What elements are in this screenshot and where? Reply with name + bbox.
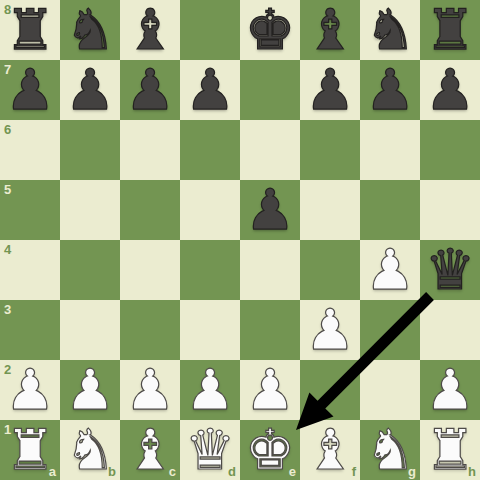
white-bishop[interactable]: ♝ [300,420,360,480]
square-g6[interactable] [360,120,420,180]
square-e1[interactable]: e♚ [240,420,300,480]
square-e3[interactable] [240,300,300,360]
square-d3[interactable] [180,300,240,360]
square-c7[interactable]: ♟ [120,60,180,120]
white-bishop[interactable]: ♝ [120,420,180,480]
square-e6[interactable] [240,120,300,180]
square-a5[interactable]: 5 [0,180,60,240]
white-pawn[interactable]: ♟ [300,300,360,360]
square-g8[interactable]: ♞ [360,0,420,60]
square-h1[interactable]: h♜ [420,420,480,480]
square-h5[interactable] [420,180,480,240]
white-knight[interactable]: ♞ [60,420,120,480]
black-pawn[interactable]: ♟ [0,60,60,120]
white-pawn[interactable]: ♟ [240,360,300,420]
square-b8[interactable]: ♞ [60,0,120,60]
square-f6[interactable] [300,120,360,180]
square-b1[interactable]: b♞ [60,420,120,480]
square-d4[interactable] [180,240,240,300]
square-h8[interactable]: ♜ [420,0,480,60]
square-f3[interactable]: ♟ [300,300,360,360]
square-a3[interactable]: 3 [0,300,60,360]
white-pawn[interactable]: ♟ [360,240,420,300]
white-pawn[interactable]: ♟ [420,360,480,420]
black-bishop[interactable]: ♝ [300,0,360,60]
square-a7[interactable]: 7♟ [0,60,60,120]
square-a2[interactable]: 2♟ [0,360,60,420]
rank-label-3: 3 [4,303,11,316]
chess-board: 8♜♞♝♚♝♞♜7♟♟♟♟♟♟♟65♟4♟♛3♟2♟♟♟♟♟♟1a♜b♞c♝d♛… [0,0,480,480]
square-d1[interactable]: d♛ [180,420,240,480]
black-pawn[interactable]: ♟ [420,60,480,120]
square-a8[interactable]: 8♜ [0,0,60,60]
square-c2[interactable]: ♟ [120,360,180,420]
white-rook[interactable]: ♜ [420,420,480,480]
square-h3[interactable] [420,300,480,360]
square-b2[interactable]: ♟ [60,360,120,420]
square-g4[interactable]: ♟ [360,240,420,300]
black-pawn[interactable]: ♟ [240,180,300,240]
square-c8[interactable]: ♝ [120,0,180,60]
square-a6[interactable]: 6 [0,120,60,180]
square-c5[interactable] [120,180,180,240]
square-g2[interactable] [360,360,420,420]
white-rook[interactable]: ♜ [0,420,60,480]
square-a1[interactable]: 1a♜ [0,420,60,480]
square-b6[interactable] [60,120,120,180]
black-pawn[interactable]: ♟ [120,60,180,120]
white-pawn[interactable]: ♟ [180,360,240,420]
square-f2[interactable] [300,360,360,420]
square-e4[interactable] [240,240,300,300]
black-rook[interactable]: ♜ [0,0,60,60]
square-f4[interactable] [300,240,360,300]
rank-label-4: 4 [4,243,11,256]
black-king[interactable]: ♚ [240,0,300,60]
black-pawn[interactable]: ♟ [180,60,240,120]
square-d8[interactable] [180,0,240,60]
square-g5[interactable] [360,180,420,240]
square-d5[interactable] [180,180,240,240]
square-c3[interactable] [120,300,180,360]
black-pawn[interactable]: ♟ [360,60,420,120]
white-pawn[interactable]: ♟ [0,360,60,420]
square-h6[interactable] [420,120,480,180]
black-rook[interactable]: ♜ [420,0,480,60]
square-e8[interactable]: ♚ [240,0,300,60]
white-knight[interactable]: ♞ [360,420,420,480]
square-f8[interactable]: ♝ [300,0,360,60]
square-b4[interactable] [60,240,120,300]
white-pawn[interactable]: ♟ [60,360,120,420]
square-d6[interactable] [180,120,240,180]
square-c4[interactable] [120,240,180,300]
square-g7[interactable]: ♟ [360,60,420,120]
square-g3[interactable] [360,300,420,360]
rank-label-5: 5 [4,183,11,196]
rank-label-6: 6 [4,123,11,136]
square-f7[interactable]: ♟ [300,60,360,120]
black-pawn[interactable]: ♟ [300,60,360,120]
square-f1[interactable]: f♝ [300,420,360,480]
square-e2[interactable]: ♟ [240,360,300,420]
square-a4[interactable]: 4 [0,240,60,300]
square-h7[interactable]: ♟ [420,60,480,120]
black-pawn[interactable]: ♟ [60,60,120,120]
square-e5[interactable]: ♟ [240,180,300,240]
square-h2[interactable]: ♟ [420,360,480,420]
square-b7[interactable]: ♟ [60,60,120,120]
square-f5[interactable] [300,180,360,240]
square-c1[interactable]: c♝ [120,420,180,480]
black-bishop[interactable]: ♝ [120,0,180,60]
black-queen[interactable]: ♛ [420,240,480,300]
square-d2[interactable]: ♟ [180,360,240,420]
square-b3[interactable] [60,300,120,360]
white-pawn[interactable]: ♟ [120,360,180,420]
black-knight[interactable]: ♞ [360,0,420,60]
square-g1[interactable]: g♞ [360,420,420,480]
square-e7[interactable] [240,60,300,120]
square-h4[interactable]: ♛ [420,240,480,300]
square-b5[interactable] [60,180,120,240]
white-king[interactable]: ♚ [240,420,300,480]
square-c6[interactable] [120,120,180,180]
square-d7[interactable]: ♟ [180,60,240,120]
black-knight[interactable]: ♞ [60,0,120,60]
white-queen[interactable]: ♛ [180,420,240,480]
